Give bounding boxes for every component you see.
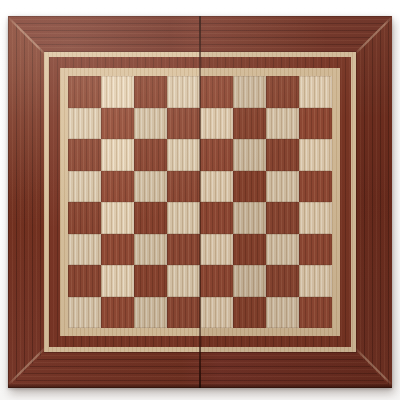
board-frame-top <box>8 16 392 52</box>
square-r4c4[interactable] <box>167 171 200 203</box>
square-r3c3[interactable] <box>134 139 167 171</box>
board-squares-grid <box>68 76 332 328</box>
square-r7c1[interactable] <box>68 265 101 297</box>
square-r8c2[interactable] <box>101 297 134 329</box>
square-r1c8[interactable] <box>299 76 332 108</box>
square-r3c8[interactable] <box>299 139 332 171</box>
square-r6c1[interactable] <box>68 234 101 266</box>
square-r8c8[interactable] <box>299 297 332 329</box>
board-frame-right <box>356 16 392 388</box>
square-r6c7[interactable] <box>266 234 299 266</box>
square-r8c7[interactable] <box>266 297 299 329</box>
square-r5c5[interactable] <box>200 202 233 234</box>
square-r1c5[interactable] <box>200 76 233 108</box>
square-r6c5[interactable] <box>200 234 233 266</box>
square-r2c1[interactable] <box>68 108 101 140</box>
square-r4c3[interactable] <box>134 171 167 203</box>
square-r3c5[interactable] <box>200 139 233 171</box>
cream-pinstripe-border <box>44 52 356 352</box>
square-r3c1[interactable] <box>68 139 101 171</box>
square-r5c2[interactable] <box>101 202 134 234</box>
square-r7c4[interactable] <box>167 265 200 297</box>
square-r8c5[interactable] <box>200 297 233 329</box>
square-r5c1[interactable] <box>68 202 101 234</box>
square-r1c7[interactable] <box>266 76 299 108</box>
square-r8c4[interactable] <box>167 297 200 329</box>
square-r6c4[interactable] <box>167 234 200 266</box>
square-r6c2[interactable] <box>101 234 134 266</box>
square-r3c6[interactable] <box>233 139 266 171</box>
square-r3c7[interactable] <box>266 139 299 171</box>
square-r5c3[interactable] <box>134 202 167 234</box>
square-r8c6[interactable] <box>233 297 266 329</box>
square-r2c7[interactable] <box>266 108 299 140</box>
square-r4c8[interactable] <box>299 171 332 203</box>
square-r1c4[interactable] <box>167 76 200 108</box>
square-r2c6[interactable] <box>233 108 266 140</box>
square-r7c3[interactable] <box>134 265 167 297</box>
square-r8c3[interactable] <box>134 297 167 329</box>
square-r1c1[interactable] <box>68 76 101 108</box>
square-r7c2[interactable] <box>101 265 134 297</box>
square-r6c8[interactable] <box>299 234 332 266</box>
square-r2c5[interactable] <box>200 108 233 140</box>
square-r7c5[interactable] <box>200 265 233 297</box>
square-r3c4[interactable] <box>167 139 200 171</box>
square-r4c1[interactable] <box>68 171 101 203</box>
square-r1c2[interactable] <box>101 76 134 108</box>
square-r4c7[interactable] <box>266 171 299 203</box>
square-r5c4[interactable] <box>167 202 200 234</box>
square-r4c5[interactable] <box>200 171 233 203</box>
board-frame-bottom <box>8 352 392 388</box>
square-r1c3[interactable] <box>134 76 167 108</box>
square-r8c1[interactable] <box>68 297 101 329</box>
inner-dark-band <box>49 57 351 347</box>
square-r2c8[interactable] <box>299 108 332 140</box>
board-frame-left <box>8 16 44 388</box>
square-r7c6[interactable] <box>233 265 266 297</box>
square-r7c8[interactable] <box>299 265 332 297</box>
square-r5c8[interactable] <box>299 202 332 234</box>
square-r2c4[interactable] <box>167 108 200 140</box>
inner-cream-border <box>60 68 340 336</box>
chess-board <box>8 16 392 388</box>
square-r5c7[interactable] <box>266 202 299 234</box>
square-r2c2[interactable] <box>101 108 134 140</box>
square-r6c6[interactable] <box>233 234 266 266</box>
square-r2c3[interactable] <box>134 108 167 140</box>
square-r6c3[interactable] <box>134 234 167 266</box>
square-r5c6[interactable] <box>233 202 266 234</box>
square-r4c2[interactable] <box>101 171 134 203</box>
square-r4c6[interactable] <box>233 171 266 203</box>
photo-background <box>0 0 400 400</box>
square-r7c7[interactable] <box>266 265 299 297</box>
square-r3c2[interactable] <box>101 139 134 171</box>
square-r1c6[interactable] <box>233 76 266 108</box>
